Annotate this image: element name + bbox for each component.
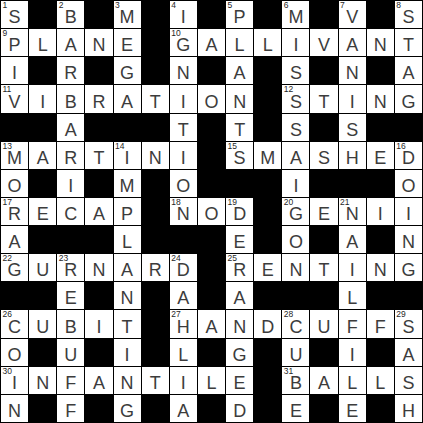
cell-r3c3[interactable]: R (57, 57, 84, 84)
cell-letter: A (114, 93, 141, 111)
cell-r15c9[interactable]: D (226, 395, 253, 422)
cell-r4c9[interactable]: N (226, 85, 253, 112)
cell-r14c11[interactable]: 31B (282, 367, 309, 394)
cell-r6c14[interactable]: E (367, 142, 394, 169)
black-cell-r1c4 (85, 1, 112, 28)
cell-letter: S (226, 149, 253, 167)
cell-r2c15[interactable]: T (395, 29, 422, 56)
cell-r2c5[interactable]: E (114, 29, 141, 56)
cell-r2c1[interactable]: 9P (1, 29, 28, 56)
cell-r5c3[interactable]: A (57, 114, 84, 141)
cell-letter: A (395, 346, 422, 364)
cell-r3c1[interactable]: I (1, 57, 28, 84)
cell-letter: I (282, 177, 309, 195)
black-cell-r3c8 (198, 57, 225, 84)
cell-letter: I (1, 64, 28, 82)
black-cell-r5c15 (395, 114, 422, 141)
cell-letter: R (142, 261, 169, 279)
cell-letter: A (170, 289, 197, 307)
cell-r4c8[interactable]: O (198, 85, 225, 112)
cell-r4c3[interactable]: B (57, 85, 84, 112)
cell-r1c5[interactable]: 3M (114, 1, 141, 28)
cell-letter: N (85, 36, 112, 54)
cell-r3c11[interactable]: S (282, 57, 309, 84)
cell-letter: L (114, 233, 141, 251)
cell-r15c3[interactable]: F (57, 395, 84, 422)
cell-r11c9[interactable]: A (226, 282, 253, 309)
black-cell-r9c4 (85, 226, 112, 253)
black-cell-r5c8 (198, 114, 225, 141)
cell-letter: A (198, 318, 225, 336)
cell-r2c7[interactable]: 10G (170, 29, 197, 56)
cell-r5c9[interactable]: T (226, 114, 253, 141)
cell-r14c9[interactable]: E (226, 367, 253, 394)
black-cell-r3c14 (367, 57, 394, 84)
cell-letter: A (310, 374, 337, 392)
cell-r6c11[interactable]: A (282, 142, 309, 169)
cell-letter: T (85, 149, 112, 167)
cell-r4c11[interactable]: 12S (282, 85, 309, 112)
cell-r1c7[interactable]: 4I (170, 1, 197, 28)
cell-r6c6[interactable]: N (142, 142, 169, 169)
cell-letter: R (57, 64, 84, 82)
black-cell-r15c10 (254, 395, 281, 422)
cell-r12c7[interactable]: 27H (170, 310, 197, 337)
cell-letter: N (395, 233, 422, 251)
cell-r2c14[interactable]: N (367, 29, 394, 56)
cell-r6c15[interactable]: 16D (395, 142, 422, 169)
cell-r6c7[interactable]: I (170, 142, 197, 169)
cell-letter: G (114, 64, 141, 82)
cell-r13c11[interactable]: U (282, 339, 309, 366)
cell-letter: R (1, 205, 28, 223)
cell-r7c5[interactable]: M (114, 170, 141, 197)
cell-letter: N (142, 149, 169, 167)
cell-r12c12[interactable]: U (310, 310, 337, 337)
cell-r4c12[interactable]: T (310, 85, 337, 112)
cell-r14c3[interactable]: F (57, 367, 84, 394)
cell-r3c13[interactable]: N (339, 57, 366, 84)
cell-letter: N (29, 374, 56, 392)
cell-letter: T (310, 261, 337, 279)
cell-letter: L (198, 374, 225, 392)
cell-r4c2[interactable]: I (29, 85, 56, 112)
cell-letter: N (170, 64, 197, 82)
cell-r10c3[interactable]: 23R (57, 254, 84, 281)
cell-letter: T (310, 93, 337, 111)
cell-r13c7[interactable]: L (170, 339, 197, 366)
cell-r11c3[interactable]: E (57, 282, 84, 309)
cell-r8c7[interactable]: 18N (170, 198, 197, 225)
black-cell-r7c13 (339, 170, 366, 197)
cell-r4c4[interactable]: R (85, 85, 112, 112)
cell-letter: G (1, 261, 28, 279)
black-cell-r5c4 (85, 114, 112, 141)
cell-letter: E (226, 374, 253, 392)
cell-letter: F (57, 374, 84, 392)
cell-letter: R (57, 261, 84, 279)
cell-letter: H (395, 402, 422, 420)
cell-r1c11[interactable]: 6M (282, 1, 309, 28)
cell-r14c15[interactable]: S (395, 367, 422, 394)
cell-letter: R (85, 93, 112, 111)
cell-letter: H (170, 318, 197, 336)
cell-letter: L (29, 36, 56, 54)
cell-letter: I (339, 346, 366, 364)
cell-r8c5[interactable]: P (114, 198, 141, 225)
cell-letter: N (339, 64, 366, 82)
cell-r6c3[interactable]: R (57, 142, 84, 169)
cell-letter: E (254, 261, 281, 279)
black-cell-r9c14 (367, 226, 394, 253)
cell-letter: N (1, 402, 28, 420)
cell-r2c2[interactable]: L (29, 29, 56, 56)
cell-letter: I (395, 205, 422, 223)
cell-letter: I (282, 36, 309, 54)
cell-letter: U (29, 318, 56, 336)
cell-r12c2[interactable]: U (29, 310, 56, 337)
cell-letter: O (1, 177, 28, 195)
cell-r12c10[interactable]: D (254, 310, 281, 337)
cell-letter: B (57, 93, 84, 111)
cell-r8c1[interactable]: 17R (1, 198, 28, 225)
cell-r14c7[interactable]: I (170, 367, 197, 394)
cell-r1c9[interactable]: 5P (226, 1, 253, 28)
cell-letter: A (57, 36, 84, 54)
cell-letter: N (226, 93, 253, 111)
black-cell-r8c10 (254, 198, 281, 225)
cell-r11c13[interactable]: L (339, 282, 366, 309)
cell-r9c9[interactable]: E (226, 226, 253, 253)
black-cell-r7c12 (310, 170, 337, 197)
cell-letter: S (310, 149, 337, 167)
cell-r7c7[interactable]: O (170, 170, 197, 197)
black-cell-r13c6 (142, 339, 169, 366)
black-cell-r6c8 (198, 142, 225, 169)
cell-r11c7[interactable]: A (170, 282, 197, 309)
cell-r10c9[interactable]: 25R (226, 254, 253, 281)
black-cell-r9c7 (170, 226, 197, 253)
cell-r12c1[interactable]: 26C (1, 310, 28, 337)
cell-r9c11[interactable]: O (282, 226, 309, 253)
cell-r6c2[interactable]: A (29, 142, 56, 169)
cell-letter: G (114, 402, 141, 420)
cell-letter: D (226, 205, 253, 223)
cell-letter: O (395, 177, 422, 195)
black-cell-r5c6 (142, 114, 169, 141)
cell-r14c8[interactable]: L (198, 367, 225, 394)
cell-r6c12[interactable]: S (310, 142, 337, 169)
cell-letter: N (367, 93, 394, 111)
cell-letter: I (170, 93, 197, 111)
cell-letter: A (85, 205, 112, 223)
cell-r4c7[interactable]: I (170, 85, 197, 112)
cell-r12c4[interactable]: I (85, 310, 112, 337)
cell-letter: P (1, 36, 28, 54)
cell-letter: N (339, 205, 366, 223)
black-cell-r11c6 (142, 282, 169, 309)
black-cell-r13c12 (310, 339, 337, 366)
cell-r12c11[interactable]: 28C (282, 310, 309, 337)
cell-letter: B (57, 318, 84, 336)
cell-r14c1[interactable]: 30I (1, 367, 28, 394)
cell-letter: U (310, 318, 337, 336)
cell-r11c5[interactable]: N (114, 282, 141, 309)
black-cell-r11c2 (29, 282, 56, 309)
cell-r10c15[interactable]: G (395, 254, 422, 281)
cell-r2c8[interactable]: A (198, 29, 225, 56)
cell-r2c10[interactable]: L (254, 29, 281, 56)
black-cell-r5c14 (367, 114, 394, 141)
cell-r1c13[interactable]: 7V (339, 1, 366, 28)
cell-letter: N (85, 261, 112, 279)
cell-r12c3[interactable]: B (57, 310, 84, 337)
black-cell-r11c15 (395, 282, 422, 309)
cell-r2c13[interactable]: A (339, 29, 366, 56)
cell-letter: G (282, 205, 309, 223)
cell-letter: O (1, 346, 28, 364)
cell-r6c9[interactable]: 15S (226, 142, 253, 169)
black-cell-r13c10 (254, 339, 281, 366)
cell-letter: V (1, 93, 28, 111)
cell-r15c1[interactable]: N (1, 395, 28, 422)
cell-r15c13[interactable]: E (339, 395, 366, 422)
cell-r8c12[interactable]: E (310, 198, 337, 225)
cell-letter: I (57, 177, 84, 195)
cell-letter: B (57, 8, 84, 26)
cell-r8c8[interactable]: O (198, 198, 225, 225)
cell-letter: T (226, 121, 253, 139)
cell-r7c15[interactable]: O (395, 170, 422, 197)
black-cell-r1c8 (198, 1, 225, 28)
black-cell-r3c4 (85, 57, 112, 84)
cell-r4c13[interactable]: I (339, 85, 366, 112)
cell-letter: N (226, 318, 253, 336)
black-cell-r7c10 (254, 170, 281, 197)
cell-r14c5[interactable]: N (114, 367, 141, 394)
cell-letter: G (395, 261, 422, 279)
cell-r8c11[interactable]: 20G (282, 198, 309, 225)
cell-r4c6[interactable]: T (142, 85, 169, 112)
cell-letter: F (57, 402, 84, 420)
cell-r12c14[interactable]: F (367, 310, 394, 337)
cell-letter: C (282, 318, 309, 336)
cell-letter: M (282, 8, 309, 26)
black-cell-r11c12 (310, 282, 337, 309)
black-cell-r1c10 (254, 1, 281, 28)
cell-letter: A (339, 233, 366, 251)
black-cell-r1c6 (142, 1, 169, 28)
cell-letter: L (170, 346, 197, 364)
cell-letter: I (367, 205, 394, 223)
cell-r3c5[interactable]: G (114, 57, 141, 84)
cell-letter: A (226, 64, 253, 82)
black-cell-r9c8 (198, 226, 225, 253)
cell-r15c7[interactable]: A (170, 395, 197, 422)
cell-r6c4[interactable]: T (85, 142, 112, 169)
cell-letter: E (57, 289, 84, 307)
crossword-grid: 1S2B3M4I5P6M7V8S9PLANE10GALLIVANTIRGNASN… (0, 0, 423, 423)
cell-r5c13[interactable]: S (339, 114, 366, 141)
cell-r10c13[interactable]: I (339, 254, 366, 281)
black-cell-r7c8 (198, 170, 225, 197)
cell-letter: L (339, 374, 366, 392)
cell-letter: A (339, 36, 366, 54)
black-cell-r7c4 (85, 170, 112, 197)
cell-r2c9[interactable]: L (226, 29, 253, 56)
black-cell-r14c10 (254, 367, 281, 394)
cell-letter: U (57, 346, 84, 364)
cell-r10c7[interactable]: 24D (170, 254, 197, 281)
cell-r13c13[interactable]: I (339, 339, 366, 366)
cell-r3c15[interactable]: A (395, 57, 422, 84)
cell-letter: I (339, 93, 366, 111)
cell-r14c4[interactable]: A (85, 367, 112, 394)
cell-r12c8[interactable]: A (198, 310, 225, 337)
cell-r5c7[interactable]: T (170, 114, 197, 141)
cell-r9c15[interactable]: N (395, 226, 422, 253)
cell-r4c5[interactable]: A (114, 85, 141, 112)
cell-r7c11[interactable]: I (282, 170, 309, 197)
black-cell-r4c10 (254, 85, 281, 112)
cell-r10c11[interactable]: N (282, 254, 309, 281)
cell-r6c5[interactable]: 14I (114, 142, 141, 169)
cell-letter: I (114, 346, 141, 364)
cell-r9c5[interactable]: L (114, 226, 141, 253)
black-cell-r5c5 (114, 114, 141, 141)
cell-letter: R (57, 149, 84, 167)
cell-letter: E (339, 402, 366, 420)
cell-r10c14[interactable]: N (367, 254, 394, 281)
cell-r1c15[interactable]: 8S (395, 1, 422, 28)
cell-r4c1[interactable]: 11V (1, 85, 28, 112)
cell-r15c5[interactable]: G (114, 395, 141, 422)
black-cell-r11c14 (367, 282, 394, 309)
cell-r13c15[interactable]: A (395, 339, 422, 366)
cell-letter: M (1, 149, 28, 167)
cell-letter: S (282, 93, 309, 111)
cell-r9c1[interactable]: A (1, 226, 28, 253)
cell-r6c1[interactable]: 13M (1, 142, 28, 169)
cell-r10c12[interactable]: T (310, 254, 337, 281)
cell-letter: I (85, 318, 112, 336)
black-cell-r11c10 (254, 282, 281, 309)
cell-r10c5[interactable]: A (114, 254, 141, 281)
cell-r1c3[interactable]: 2B (57, 1, 84, 28)
cell-r7c1[interactable]: O (1, 170, 28, 197)
black-cell-r11c1 (1, 282, 28, 309)
cell-r6c13[interactable]: H (339, 142, 366, 169)
cell-letter: C (57, 205, 84, 223)
cell-r10c6[interactable]: R (142, 254, 169, 281)
black-cell-r5c10 (254, 114, 281, 141)
cell-r14c12[interactable]: A (310, 367, 337, 394)
cell-r8c14[interactable]: I (367, 198, 394, 225)
cell-r8c2[interactable]: E (29, 198, 56, 225)
black-cell-r12c6 (142, 310, 169, 337)
black-cell-r3c12 (310, 57, 337, 84)
black-cell-r7c6 (142, 170, 169, 197)
black-cell-r15c8 (198, 395, 225, 422)
cell-r8c9[interactable]: 19D (226, 198, 253, 225)
cell-r1c1[interactable]: 1S (1, 1, 28, 28)
cell-letter: A (57, 121, 84, 139)
cell-letter: I (29, 93, 56, 111)
black-cell-r11c11 (282, 282, 309, 309)
cell-r8c4[interactable]: A (85, 198, 112, 225)
cell-letter: L (339, 289, 366, 307)
cell-r15c11[interactable]: E (282, 395, 309, 422)
cell-r13c9[interactable]: G (226, 339, 253, 366)
cell-letter: O (282, 233, 309, 251)
black-cell-r11c8 (198, 282, 225, 309)
cell-r8c13[interactable]: 21N (339, 198, 366, 225)
black-cell-r9c2 (29, 226, 56, 253)
cell-r15c15[interactable]: H (395, 395, 422, 422)
black-cell-r13c4 (85, 339, 112, 366)
cell-letter: I (114, 149, 141, 167)
cell-r3c9[interactable]: A (226, 57, 253, 84)
cell-letter: L (254, 36, 281, 54)
cell-letter: O (198, 93, 225, 111)
black-cell-r1c2 (29, 1, 56, 28)
cell-r14c14[interactable]: L (367, 367, 394, 394)
cell-r10c1[interactable]: 22G (1, 254, 28, 281)
black-cell-r13c8 (198, 339, 225, 366)
cell-r7c3[interactable]: I (57, 170, 84, 197)
cell-letter: N (282, 261, 309, 279)
cell-r14c6[interactable]: T (142, 367, 169, 394)
cell-r13c3[interactable]: U (57, 339, 84, 366)
cell-r14c13[interactable]: L (339, 367, 366, 394)
cell-r12c13[interactable]: F (339, 310, 366, 337)
cell-r13c5[interactable]: I (114, 339, 141, 366)
black-cell-r2c6 (142, 29, 169, 56)
cell-letter: S (395, 8, 422, 26)
cell-r3c7[interactable]: N (170, 57, 197, 84)
cell-r10c10[interactable]: E (254, 254, 281, 281)
cell-r9c13[interactable]: A (339, 226, 366, 253)
cell-letter: B (282, 374, 309, 392)
black-cell-r7c14 (367, 170, 394, 197)
cell-r2c11[interactable]: I (282, 29, 309, 56)
cell-r8c15[interactable]: I (395, 198, 422, 225)
cell-r13c1[interactable]: O (1, 339, 28, 366)
cell-letter: S (282, 64, 309, 82)
cell-r10c2[interactable]: U (29, 254, 56, 281)
cell-r12c15[interactable]: 29S (395, 310, 422, 337)
cell-r5c11[interactable]: S (282, 114, 309, 141)
black-cell-r1c12 (310, 1, 337, 28)
cell-r6c10[interactable]: M (254, 142, 281, 169)
cell-r2c3[interactable]: A (57, 29, 84, 56)
cell-r14c2[interactable]: N (29, 367, 56, 394)
cell-r4c15[interactable]: G (395, 85, 422, 112)
cell-r8c3[interactable]: C (57, 198, 84, 225)
cell-r4c14[interactable]: N (367, 85, 394, 112)
cell-letter: A (198, 36, 225, 54)
cell-letter: D (170, 261, 197, 279)
black-cell-r3c6 (142, 57, 169, 84)
cell-letter: R (226, 261, 253, 279)
cell-letter: G (170, 36, 197, 54)
cell-r12c5[interactable]: T (114, 310, 141, 337)
cell-r2c4[interactable]: N (85, 29, 112, 56)
cell-r2c12[interactable]: V (310, 29, 337, 56)
cell-r12c9[interactable]: N (226, 310, 253, 337)
cell-r10c4[interactable]: N (85, 254, 112, 281)
cell-letter: D (395, 149, 422, 167)
